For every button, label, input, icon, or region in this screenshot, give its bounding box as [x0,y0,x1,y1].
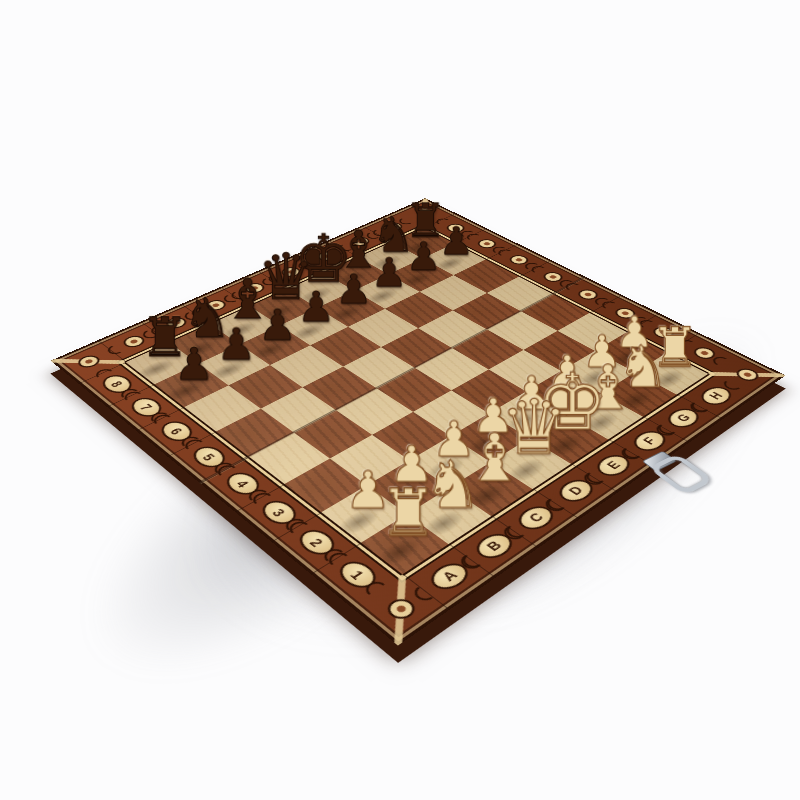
filigree-curl-icon [531,266,547,274]
file-label-b: B [469,529,518,563]
square-b6[interactable] [228,365,302,409]
file-label-a: A [424,558,475,594]
file-label-c: C [512,502,560,534]
circle-motif-icon [74,353,103,370]
filigree-curl-icon [601,301,618,310]
filigree-curl-icon [711,357,731,367]
file-label-h: H [695,383,737,408]
filigree-curl-icon [106,344,126,354]
filigree-curl-icon [398,217,413,224]
white-rook-icon: ♜ [365,481,452,546]
square-c5[interactable] [302,367,376,411]
product-photo-scene: ABCDEFGH87654321♜♞♝♛♚♝♞♜♟♟♟♟♟♟♟♟♟♟♟♟♟♟♟♟… [0,0,800,800]
filigree-curl-icon [372,229,387,236]
file-label-e: E [591,451,636,480]
rank-label-1: 1 [332,557,382,593]
file-label-g: G [662,405,705,431]
rank-label-2: 2 [293,526,341,560]
rank-label-4: 4 [220,469,265,499]
square-d4[interactable] [376,368,451,412]
rank-label-6: 6 [155,418,198,445]
file-label-d: D [552,475,598,505]
black-pawn-icon: ♟ [157,342,231,387]
chess-board: ABCDEFGH87654321♜♞♝♛♚♝♞♜♟♟♟♟♟♟♟♟♟♟♟♟♟♟♟♟… [51,198,786,645]
circle-motif-icon [381,595,419,623]
metal-clasp [635,448,709,495]
filigree-curl-icon [620,447,641,459]
square-c4[interactable] [336,389,412,435]
filigree-curl-icon [466,234,481,241]
rank-label-8: 8 [97,372,137,397]
rank-label-5: 5 [187,443,231,472]
square-b4[interactable] [294,410,372,458]
circle-motif-icon [732,366,762,383]
rank-label-7: 7 [125,395,166,421]
square-b5[interactable] [260,387,336,433]
rank-label-3: 3 [255,497,302,529]
